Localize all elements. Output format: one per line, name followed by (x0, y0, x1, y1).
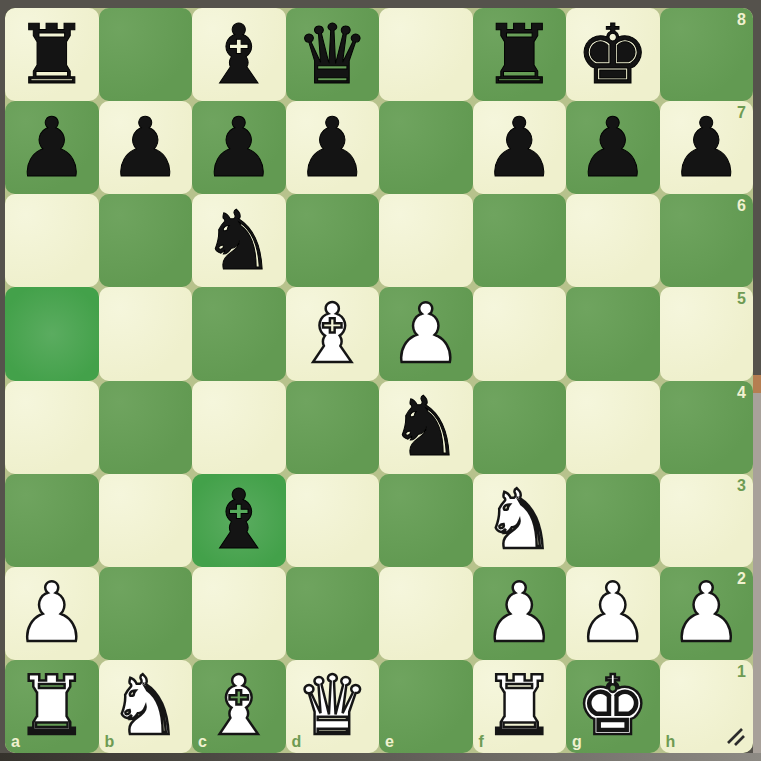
square-c8[interactable]: ♝ (192, 8, 286, 101)
black-pawn[interactable]: ♟ (660, 101, 754, 194)
square-a2[interactable]: ♟ (5, 567, 99, 660)
black-bishop[interactable]: ♝ (192, 474, 286, 567)
square-e6[interactable] (379, 194, 473, 287)
black-pawn[interactable]: ♟ (566, 101, 660, 194)
rank-label-6: 6 (737, 198, 746, 214)
square-g6[interactable] (566, 194, 660, 287)
square-e8[interactable] (379, 8, 473, 101)
square-e1[interactable]: e (379, 660, 473, 753)
square-a4[interactable] (5, 381, 99, 474)
square-e2[interactable] (379, 567, 473, 660)
square-g5[interactable] (566, 287, 660, 380)
square-f6[interactable] (473, 194, 567, 287)
black-rook[interactable]: ♜ (5, 8, 99, 101)
square-b3[interactable] (99, 474, 193, 567)
square-d1[interactable]: d♛ (286, 660, 380, 753)
browser-window-fragment: ♜♝♛♜♚8♟♟♟♟♟♟7♟♞6♝♟5♞4♝♞3♟♟♟2♟a♜b♞c♝d♛ef♜… (0, 0, 761, 761)
square-b4[interactable] (99, 381, 193, 474)
square-b1[interactable]: b♞ (99, 660, 193, 753)
square-g7[interactable]: ♟ (566, 101, 660, 194)
square-g1[interactable]: g♚ (566, 660, 660, 753)
file-label-e: e (385, 734, 394, 750)
white-knight[interactable]: ♞ (99, 660, 193, 753)
square-b7[interactable]: ♟ (99, 101, 193, 194)
square-b5[interactable] (99, 287, 193, 380)
black-rook[interactable]: ♜ (473, 8, 567, 101)
square-a1[interactable]: a♜ (5, 660, 99, 753)
square-c5[interactable] (192, 287, 286, 380)
square-d4[interactable] (286, 381, 380, 474)
white-rook[interactable]: ♜ (5, 660, 99, 753)
square-d7[interactable]: ♟ (286, 101, 380, 194)
square-h2[interactable]: 2♟ (660, 567, 754, 660)
rank-label-8: 8 (737, 12, 746, 28)
square-d8[interactable]: ♛ (286, 8, 380, 101)
square-a7[interactable]: ♟ (5, 101, 99, 194)
square-e5[interactable]: ♟ (379, 287, 473, 380)
square-h3[interactable]: 3 (660, 474, 754, 567)
square-e7[interactable] (379, 101, 473, 194)
white-bishop[interactable]: ♝ (286, 287, 380, 380)
white-pawn[interactable]: ♟ (379, 287, 473, 380)
black-king[interactable]: ♚ (566, 8, 660, 101)
black-pawn[interactable]: ♟ (99, 101, 193, 194)
square-f3[interactable]: ♞ (473, 474, 567, 567)
square-g4[interactable] (566, 381, 660, 474)
file-label-h: h (666, 734, 676, 750)
square-c2[interactable] (192, 567, 286, 660)
square-c7[interactable]: ♟ (192, 101, 286, 194)
square-d3[interactable] (286, 474, 380, 567)
square-g3[interactable] (566, 474, 660, 567)
rank-label-1: 1 (737, 664, 746, 680)
white-queen[interactable]: ♛ (286, 660, 380, 753)
square-b6[interactable] (99, 194, 193, 287)
black-pawn[interactable]: ♟ (286, 101, 380, 194)
black-pawn[interactable]: ♟ (473, 101, 567, 194)
white-pawn[interactable]: ♟ (660, 567, 754, 660)
square-e4[interactable]: ♞ (379, 381, 473, 474)
rank-label-3: 3 (737, 478, 746, 494)
black-knight[interactable]: ♞ (192, 194, 286, 287)
square-h8[interactable]: 8 (660, 8, 754, 101)
square-f1[interactable]: f♜ (473, 660, 567, 753)
square-c3[interactable]: ♝ (192, 474, 286, 567)
window-frame-left (0, 0, 5, 761)
square-b8[interactable] (99, 8, 193, 101)
square-a3[interactable] (5, 474, 99, 567)
window-frame-right (753, 0, 761, 761)
white-pawn[interactable]: ♟ (566, 567, 660, 660)
square-d2[interactable] (286, 567, 380, 660)
square-c6[interactable]: ♞ (192, 194, 286, 287)
square-c4[interactable] (192, 381, 286, 474)
square-f4[interactable] (473, 381, 567, 474)
square-g8[interactable]: ♚ (566, 8, 660, 101)
square-f2[interactable]: ♟ (473, 567, 567, 660)
rank-label-4: 4 (737, 385, 746, 401)
square-h6[interactable]: 6 (660, 194, 754, 287)
square-f5[interactable] (473, 287, 567, 380)
square-d5[interactable]: ♝ (286, 287, 380, 380)
black-knight[interactable]: ♞ (379, 381, 473, 474)
square-h5[interactable]: 5 (660, 287, 754, 380)
white-pawn[interactable]: ♟ (5, 567, 99, 660)
chess-board: ♜♝♛♜♚8♟♟♟♟♟♟7♟♞6♝♟5♞4♝♞3♟♟♟2♟a♜b♞c♝d♛ef♜… (5, 8, 753, 753)
square-e3[interactable] (379, 474, 473, 567)
square-h1[interactable]: 1h (660, 660, 754, 753)
square-h4[interactable]: 4 (660, 381, 754, 474)
black-queen[interactable]: ♛ (286, 8, 380, 101)
square-h7[interactable]: 7♟ (660, 101, 754, 194)
window-frame-bottom (0, 753, 761, 761)
window-frame-top (0, 0, 761, 8)
white-king[interactable]: ♚ (566, 660, 660, 753)
square-a5[interactable] (5, 287, 99, 380)
white-knight[interactable]: ♞ (473, 474, 567, 567)
square-f8[interactable]: ♜ (473, 8, 567, 101)
square-a8[interactable]: ♜ (5, 8, 99, 101)
black-bishop[interactable]: ♝ (192, 8, 286, 101)
black-pawn[interactable]: ♟ (192, 101, 286, 194)
square-a6[interactable] (5, 194, 99, 287)
square-c1[interactable]: c♝ (192, 660, 286, 753)
black-pawn[interactable]: ♟ (5, 101, 99, 194)
square-f7[interactable]: ♟ (473, 101, 567, 194)
square-d6[interactable] (286, 194, 380, 287)
square-b2[interactable] (99, 567, 193, 660)
rank-label-5: 5 (737, 291, 746, 307)
square-g2[interactable]: ♟ (566, 567, 660, 660)
white-pawn[interactable]: ♟ (473, 567, 567, 660)
white-bishop[interactable]: ♝ (192, 660, 286, 753)
board-resize-handle-icon[interactable] (724, 725, 746, 747)
white-rook[interactable]: ♜ (473, 660, 567, 753)
